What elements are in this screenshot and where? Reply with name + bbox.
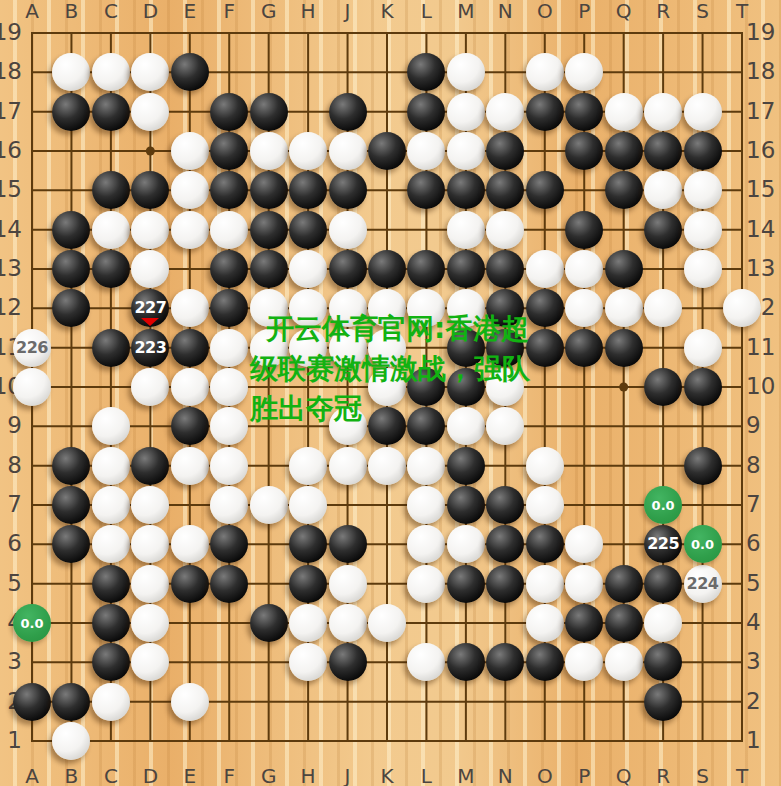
coord-bottom-C: C <box>101 764 121 786</box>
stone-white-P12[interactable] <box>565 289 603 327</box>
stone-white-D3[interactable] <box>131 643 169 681</box>
stone-black-L15[interactable] <box>407 171 445 209</box>
coord-right-19: 19 <box>746 19 780 45</box>
coord-left-19: 19 <box>0 19 22 45</box>
stone-black-G14[interactable] <box>250 211 288 249</box>
stone-black-J15[interactable] <box>329 171 367 209</box>
coord-left-5: 5 <box>0 570 22 596</box>
stone-black-F6[interactable] <box>210 525 248 563</box>
stone-black-G17[interactable] <box>250 93 288 131</box>
suggested-move-R7[interactable]: 0.0 <box>644 486 682 524</box>
stone-black-C13[interactable] <box>92 250 130 288</box>
stone-white-J14[interactable] <box>329 211 367 249</box>
stone-black-M13[interactable] <box>447 250 485 288</box>
coord-right-17: 17 <box>746 98 780 124</box>
stone-white-P18[interactable] <box>565 53 603 91</box>
coord-left-13: 13 <box>0 255 22 281</box>
stone-black-M7[interactable] <box>447 486 485 524</box>
move-number-223: 223 <box>134 340 166 356</box>
coord-top-K: K <box>377 0 397 23</box>
coord-top-F: F <box>219 0 239 23</box>
stone-black-O15[interactable] <box>526 171 564 209</box>
coord-bottom-L: L <box>416 764 436 786</box>
stone-black-N3[interactable] <box>486 643 524 681</box>
stone-black-M15[interactable] <box>447 171 485 209</box>
coord-right-16: 16 <box>746 137 780 163</box>
stone-black-R5[interactable] <box>644 565 682 603</box>
stone-white-L7[interactable] <box>407 486 445 524</box>
stone-white-N14[interactable] <box>486 211 524 249</box>
stone-white-P13[interactable] <box>565 250 603 288</box>
coord-bottom-E: E <box>180 764 200 786</box>
stone-white-O8[interactable] <box>526 447 564 485</box>
stone-white-D5[interactable] <box>131 565 169 603</box>
stone-black-L17[interactable] <box>407 93 445 131</box>
stone-white-S5[interactable]: 224 <box>684 565 722 603</box>
stone-white-C8[interactable] <box>92 447 130 485</box>
stone-black-P11[interactable] <box>565 329 603 367</box>
stone-white-H8[interactable] <box>289 447 327 485</box>
stone-black-O3[interactable] <box>526 643 564 681</box>
stone-black-K16[interactable] <box>368 132 406 170</box>
stone-white-J4[interactable] <box>329 604 367 642</box>
coord-top-B: B <box>61 0 81 23</box>
stone-black-L13[interactable] <box>407 250 445 288</box>
stone-white-L6[interactable] <box>407 525 445 563</box>
stone-white-R15[interactable] <box>644 171 682 209</box>
coord-left-9: 9 <box>0 412 22 438</box>
coord-bottom-S: S <box>693 764 713 786</box>
stone-black-E11[interactable] <box>171 329 209 367</box>
coord-right-13: 13 <box>746 255 780 281</box>
stone-black-O11[interactable] <box>526 329 564 367</box>
stone-white-E2[interactable] <box>171 683 209 721</box>
stone-white-H13[interactable] <box>289 250 327 288</box>
coord-bottom-P: P <box>574 764 594 786</box>
coord-left-12: 12 <box>0 294 22 320</box>
coord-bottom-G: G <box>259 764 279 786</box>
stone-white-L5[interactable] <box>407 565 445 603</box>
coord-right-5: 5 <box>746 570 780 596</box>
stone-white-C14[interactable] <box>92 211 130 249</box>
stone-white-D4[interactable] <box>131 604 169 642</box>
stone-white-F10[interactable] <box>210 368 248 406</box>
coord-top-A: A <box>22 0 42 23</box>
stone-black-Q5[interactable] <box>605 565 643 603</box>
stone-white-D14[interactable] <box>131 211 169 249</box>
coord-right-7: 7 <box>746 491 780 517</box>
stone-white-S14[interactable] <box>684 211 722 249</box>
stone-white-G16[interactable] <box>250 132 288 170</box>
stone-white-Q3[interactable] <box>605 643 643 681</box>
stone-white-S11[interactable] <box>684 329 722 367</box>
coord-right-15: 15 <box>746 176 780 202</box>
stone-white-M6[interactable] <box>447 525 485 563</box>
suggested-move-S6[interactable]: 0.0 <box>684 525 722 563</box>
stone-black-G4[interactable] <box>250 604 288 642</box>
stone-white-L16[interactable] <box>407 132 445 170</box>
overlay-text-line-3: 胜出夺冠 <box>250 390 362 428</box>
stone-black-D12[interactable]: 227 <box>131 289 169 327</box>
stone-white-R17[interactable] <box>644 93 682 131</box>
stone-white-J5[interactable] <box>329 565 367 603</box>
coord-left-1: 1 <box>0 727 22 753</box>
stone-black-M8[interactable] <box>447 447 485 485</box>
stone-black-R14[interactable] <box>644 211 682 249</box>
stone-white-L8[interactable] <box>407 447 445 485</box>
coord-top-E: E <box>180 0 200 23</box>
coord-top-M: M <box>456 0 476 23</box>
stone-black-C11[interactable] <box>92 329 130 367</box>
stone-white-S13[interactable] <box>684 250 722 288</box>
stone-black-Q4[interactable] <box>605 604 643 642</box>
stone-black-R10[interactable] <box>644 368 682 406</box>
stone-black-N6[interactable] <box>486 525 524 563</box>
stone-black-C5[interactable] <box>92 565 130 603</box>
coord-bottom-R: R <box>653 764 673 786</box>
stone-white-C7[interactable] <box>92 486 130 524</box>
stone-black-S16[interactable] <box>684 132 722 170</box>
stone-black-C3[interactable] <box>92 643 130 681</box>
stone-black-B2[interactable] <box>52 683 90 721</box>
stone-white-O13[interactable] <box>526 250 564 288</box>
stone-black-C15[interactable] <box>92 171 130 209</box>
move-number-227: 227 <box>134 300 166 316</box>
stone-black-Q16[interactable] <box>605 132 643 170</box>
coord-top-R: R <box>653 0 673 23</box>
stone-white-O5[interactable] <box>526 565 564 603</box>
stone-black-N13[interactable] <box>486 250 524 288</box>
move-number-226: 226 <box>16 340 48 356</box>
coord-right-1: 1 <box>746 727 780 753</box>
stone-black-D15[interactable] <box>131 171 169 209</box>
coord-top-Q: Q <box>614 0 634 23</box>
stone-white-D6[interactable] <box>131 525 169 563</box>
stone-black-N7[interactable] <box>486 486 524 524</box>
stone-white-F7[interactable] <box>210 486 248 524</box>
stone-black-Q13[interactable] <box>605 250 643 288</box>
coord-bottom-T: T <box>732 764 752 786</box>
stone-white-F11[interactable] <box>210 329 248 367</box>
coord-top-J: J <box>338 0 358 23</box>
coord-top-G: G <box>259 0 279 23</box>
coord-top-L: L <box>416 0 436 23</box>
move-number-225: 225 <box>647 536 679 552</box>
stone-black-R3[interactable] <box>644 643 682 681</box>
suggested-move-A4[interactable]: 0.0 <box>13 604 51 642</box>
coord-top-C: C <box>101 0 121 23</box>
stone-white-O4[interactable] <box>526 604 564 642</box>
stone-white-E6[interactable] <box>171 525 209 563</box>
stone-white-E12[interactable] <box>171 289 209 327</box>
stone-black-F16[interactable] <box>210 132 248 170</box>
coord-right-2: 2 <box>746 688 780 714</box>
coord-right-10: 10 <box>746 373 780 399</box>
stone-white-N17[interactable] <box>486 93 524 131</box>
stone-black-R2[interactable] <box>644 683 682 721</box>
stone-black-R16[interactable] <box>644 132 682 170</box>
stone-black-B7[interactable] <box>52 486 90 524</box>
stone-white-B1[interactable] <box>52 722 90 760</box>
stone-black-P16[interactable] <box>565 132 603 170</box>
coord-left-18: 18 <box>0 58 22 84</box>
stone-black-R6[interactable]: 225 <box>644 525 682 563</box>
stone-white-G7[interactable] <box>250 486 288 524</box>
coord-bottom-F: F <box>219 764 239 786</box>
stone-white-A11[interactable]: 226 <box>13 329 51 367</box>
stone-white-M14[interactable] <box>447 211 485 249</box>
stone-black-P14[interactable] <box>565 211 603 249</box>
stone-white-L3[interactable] <box>407 643 445 681</box>
stone-black-A2[interactable] <box>13 683 51 721</box>
stone-white-D17[interactable] <box>131 93 169 131</box>
stone-black-B8[interactable] <box>52 447 90 485</box>
stone-black-F13[interactable] <box>210 250 248 288</box>
coord-bottom-B: B <box>61 764 81 786</box>
stone-black-H5[interactable] <box>289 565 327 603</box>
stone-black-J3[interactable] <box>329 643 367 681</box>
coord-bottom-K: K <box>377 764 397 786</box>
stone-black-L9[interactable] <box>407 407 445 445</box>
stone-black-F15[interactable] <box>210 171 248 209</box>
coord-top-H: H <box>298 0 318 23</box>
stone-black-J6[interactable] <box>329 525 367 563</box>
stone-white-S17[interactable] <box>684 93 722 131</box>
stone-black-B6[interactable] <box>52 525 90 563</box>
overlay-text-line-1: 开云体育官网:香港超 <box>266 310 529 348</box>
go-board-app: AABBCCDDEEFFGGHHJJKKLLMMNNOOPPQQRRSSTT19… <box>0 0 781 786</box>
stone-white-S15[interactable] <box>684 171 722 209</box>
stone-white-E15[interactable] <box>171 171 209 209</box>
stone-black-H6[interactable] <box>289 525 327 563</box>
stone-black-G15[interactable] <box>250 171 288 209</box>
stone-white-N9[interactable] <box>486 407 524 445</box>
stone-white-O7[interactable] <box>526 486 564 524</box>
stone-white-E8[interactable] <box>171 447 209 485</box>
stone-white-M16[interactable] <box>447 132 485 170</box>
stone-black-C17[interactable] <box>92 93 130 131</box>
stone-black-H15[interactable] <box>289 171 327 209</box>
stone-white-D18[interactable] <box>131 53 169 91</box>
stone-white-F8[interactable] <box>210 447 248 485</box>
coord-right-11: 11 <box>746 334 780 360</box>
stone-black-J13[interactable] <box>329 250 367 288</box>
stone-black-O12[interactable] <box>526 289 564 327</box>
coord-right-14: 14 <box>746 216 780 242</box>
stone-white-H16[interactable] <box>289 132 327 170</box>
coord-bottom-D: D <box>140 764 160 786</box>
stone-black-P4[interactable] <box>565 604 603 642</box>
move-number-224: 224 <box>687 576 719 592</box>
coord-left-3: 3 <box>0 648 22 674</box>
stone-black-D8[interactable] <box>131 447 169 485</box>
stone-black-B12[interactable] <box>52 289 90 327</box>
stone-black-E18[interactable] <box>171 53 209 91</box>
stone-black-E9[interactable] <box>171 407 209 445</box>
stone-white-B18[interactable] <box>52 53 90 91</box>
coord-right-6: 6 <box>746 530 780 556</box>
stone-black-S10[interactable] <box>684 368 722 406</box>
stone-white-P3[interactable] <box>565 643 603 681</box>
stone-white-D13[interactable] <box>131 250 169 288</box>
stone-white-M18[interactable] <box>447 53 485 91</box>
stone-white-K8[interactable] <box>368 447 406 485</box>
stone-black-J17[interactable] <box>329 93 367 131</box>
coord-bottom-M: M <box>456 764 476 786</box>
stone-white-Q12[interactable] <box>605 289 643 327</box>
stone-white-C2[interactable] <box>92 683 130 721</box>
last-move-marker-icon <box>141 318 159 326</box>
stone-black-S8[interactable] <box>684 447 722 485</box>
stone-black-D11[interactable]: 223 <box>131 329 169 367</box>
stone-black-B13[interactable] <box>52 250 90 288</box>
stone-white-E10[interactable] <box>171 368 209 406</box>
stone-white-J16[interactable] <box>329 132 367 170</box>
stone-black-E5[interactable] <box>171 565 209 603</box>
coord-top-P: P <box>574 0 594 23</box>
stone-white-M9[interactable] <box>447 407 485 445</box>
stone-white-E16[interactable] <box>171 132 209 170</box>
coord-left-14: 14 <box>0 216 22 242</box>
stone-white-H3[interactable] <box>289 643 327 681</box>
coord-left-6: 6 <box>0 530 22 556</box>
coord-right-4: 4 <box>746 609 780 635</box>
coord-left-15: 15 <box>0 176 22 202</box>
stone-black-F5[interactable] <box>210 565 248 603</box>
stone-black-B17[interactable] <box>52 93 90 131</box>
stone-white-R4[interactable] <box>644 604 682 642</box>
stone-white-O18[interactable] <box>526 53 564 91</box>
stone-black-N5[interactable] <box>486 565 524 603</box>
stone-black-H14[interactable] <box>289 211 327 249</box>
stone-white-J8[interactable] <box>329 447 367 485</box>
stone-black-K9[interactable] <box>368 407 406 445</box>
stone-white-A10[interactable] <box>13 368 51 406</box>
stone-white-C18[interactable] <box>92 53 130 91</box>
stone-black-Q11[interactable] <box>605 329 643 367</box>
stone-white-K4[interactable] <box>368 604 406 642</box>
stone-black-G13[interactable] <box>250 250 288 288</box>
stone-black-O6[interactable] <box>526 525 564 563</box>
coord-right-9: 9 <box>746 412 780 438</box>
stone-black-F12[interactable] <box>210 289 248 327</box>
coord-top-O: O <box>535 0 555 23</box>
coord-bottom-A: A <box>22 764 42 786</box>
stone-white-D10[interactable] <box>131 368 169 406</box>
stone-white-R12[interactable] <box>644 289 682 327</box>
stone-black-B14[interactable] <box>52 211 90 249</box>
coord-right-3: 3 <box>746 648 780 674</box>
stone-white-Q17[interactable] <box>605 93 643 131</box>
stone-black-L18[interactable] <box>407 53 445 91</box>
stone-white-H7[interactable] <box>289 486 327 524</box>
coord-bottom-J: J <box>338 764 358 786</box>
stone-white-E14[interactable] <box>171 211 209 249</box>
stone-white-C6[interactable] <box>92 525 130 563</box>
coord-left-16: 16 <box>0 137 22 163</box>
coord-right-18: 18 <box>746 58 780 84</box>
stone-black-N16[interactable] <box>486 132 524 170</box>
stone-white-F9[interactable] <box>210 407 248 445</box>
stone-white-P6[interactable] <box>565 525 603 563</box>
coord-top-N: N <box>495 0 515 23</box>
coord-right-8: 8 <box>746 452 780 478</box>
stone-black-M3[interactable] <box>447 643 485 681</box>
stone-black-O17[interactable] <box>526 93 564 131</box>
stone-white-M17[interactable] <box>447 93 485 131</box>
stone-black-F17[interactable] <box>210 93 248 131</box>
coord-left-7: 7 <box>0 491 22 517</box>
coord-bottom-N: N <box>495 764 515 786</box>
stone-black-C4[interactable] <box>92 604 130 642</box>
stone-white-D7[interactable] <box>131 486 169 524</box>
coord-left-8: 8 <box>0 452 22 478</box>
coord-top-D: D <box>140 0 160 23</box>
coord-bottom-O: O <box>535 764 555 786</box>
stone-black-K13[interactable] <box>368 250 406 288</box>
stone-white-H4[interactable] <box>289 604 327 642</box>
coord-top-S: S <box>693 0 713 23</box>
stone-black-Q15[interactable] <box>605 171 643 209</box>
stone-white-F14[interactable] <box>210 211 248 249</box>
stone-black-N15[interactable] <box>486 171 524 209</box>
stone-black-M5[interactable] <box>447 565 485 603</box>
stone-white-P5[interactable] <box>565 565 603 603</box>
coord-bottom-Q: Q <box>614 764 634 786</box>
overlay-text-line-2: 级联赛激情激战，强队 <box>250 350 530 388</box>
coord-left-17: 17 <box>0 98 22 124</box>
stone-black-P17[interactable] <box>565 93 603 131</box>
stone-white-C9[interactable] <box>92 407 130 445</box>
stone-white-T12[interactable] <box>723 289 761 327</box>
coord-bottom-H: H <box>298 764 318 786</box>
